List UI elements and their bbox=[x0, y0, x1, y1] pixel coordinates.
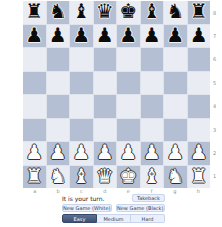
square-e5[interactable] bbox=[117, 72, 140, 95]
square-b1[interactable]: ♞ bbox=[47, 166, 70, 189]
black-k-piece: ♚ bbox=[119, 1, 137, 21]
square-e3[interactable] bbox=[117, 119, 140, 142]
takeback-button[interactable]: Takeback bbox=[132, 194, 165, 202]
white-q-piece: ♛ bbox=[96, 166, 114, 186]
rank-label-5: 5 bbox=[213, 71, 221, 94]
rank-label-8: 8 bbox=[213, 1, 221, 24]
square-a4[interactable] bbox=[23, 95, 46, 118]
chess-app: ♜♞♝♛♚♝♞♜♟♟♟♟♟♟♟♟♟♟♟♟♟♟♟♟♜♞♝♛♚♝♞♜ 8765432… bbox=[0, 0, 222, 227]
white-p-piece: ♟ bbox=[49, 142, 67, 162]
black-n-piece: ♞ bbox=[49, 1, 67, 21]
difficulty-hard-button[interactable]: Hard bbox=[131, 214, 165, 223]
square-d5[interactable] bbox=[94, 72, 117, 95]
white-p-piece: ♟ bbox=[25, 142, 43, 162]
rank-label-3: 3 bbox=[213, 118, 221, 141]
square-c1[interactable]: ♝ bbox=[70, 166, 93, 189]
square-h3[interactable] bbox=[188, 119, 211, 142]
square-a3[interactable] bbox=[23, 119, 46, 142]
white-p-piece: ♟ bbox=[96, 142, 114, 162]
white-k-piece: ♚ bbox=[119, 166, 137, 186]
square-c6[interactable] bbox=[70, 48, 93, 71]
square-c3[interactable] bbox=[70, 119, 93, 142]
square-d8[interactable]: ♛ bbox=[94, 1, 117, 24]
square-f2[interactable]: ♟ bbox=[141, 142, 164, 165]
square-a6[interactable] bbox=[23, 48, 46, 71]
square-d7[interactable]: ♟ bbox=[94, 25, 117, 48]
black-b-piece: ♝ bbox=[72, 1, 90, 21]
square-f4[interactable] bbox=[141, 95, 164, 118]
square-b5[interactable] bbox=[47, 72, 70, 95]
square-g4[interactable] bbox=[164, 95, 187, 118]
rank-label-2: 2 bbox=[213, 141, 221, 164]
file-label-a: a bbox=[23, 188, 46, 195]
square-d3[interactable] bbox=[94, 119, 117, 142]
square-g3[interactable] bbox=[164, 119, 187, 142]
square-g1[interactable]: ♞ bbox=[164, 166, 187, 189]
square-g6[interactable] bbox=[164, 48, 187, 71]
square-a1[interactable]: ♜ bbox=[23, 166, 46, 189]
white-r-piece: ♜ bbox=[190, 166, 208, 186]
turn-status-text: It is your turn. bbox=[62, 195, 104, 202]
rank-label-7: 7 bbox=[213, 24, 221, 47]
square-f8[interactable]: ♝ bbox=[141, 1, 164, 24]
file-label-g: g bbox=[163, 188, 186, 195]
black-p-piece: ♟ bbox=[143, 25, 161, 45]
game-controls: It is your turn. Takeback New Game (Whit… bbox=[62, 194, 165, 223]
square-e8[interactable]: ♚ bbox=[117, 1, 140, 24]
square-d2[interactable]: ♟ bbox=[94, 142, 117, 165]
rank-labels: 87654321 bbox=[213, 1, 221, 188]
black-p-piece: ♟ bbox=[49, 25, 67, 45]
black-p-piece: ♟ bbox=[96, 25, 114, 45]
square-c5[interactable] bbox=[70, 72, 93, 95]
difficulty-medium-button[interactable]: Medium bbox=[97, 214, 131, 223]
rank-label-4: 4 bbox=[213, 95, 221, 118]
chess-board: ♜♞♝♛♚♝♞♜♟♟♟♟♟♟♟♟♟♟♟♟♟♟♟♟♜♞♝♛♚♝♞♜ bbox=[23, 1, 210, 188]
square-g2[interactable]: ♟ bbox=[164, 142, 187, 165]
square-c8[interactable]: ♝ bbox=[70, 1, 93, 24]
square-h7[interactable]: ♟ bbox=[188, 25, 211, 48]
white-p-piece: ♟ bbox=[72, 142, 90, 162]
square-b2[interactable]: ♟ bbox=[47, 142, 70, 165]
black-n-piece: ♞ bbox=[166, 1, 184, 21]
square-d1[interactable]: ♛ bbox=[94, 166, 117, 189]
square-b8[interactable]: ♞ bbox=[47, 1, 70, 24]
white-p-piece: ♟ bbox=[166, 142, 184, 162]
black-q-piece: ♛ bbox=[96, 1, 114, 21]
square-h8[interactable]: ♜ bbox=[188, 1, 211, 24]
white-r-piece: ♜ bbox=[25, 166, 43, 186]
square-f5[interactable] bbox=[141, 72, 164, 95]
white-p-piece: ♟ bbox=[190, 142, 208, 162]
white-b-piece: ♝ bbox=[72, 166, 90, 186]
square-b3[interactable] bbox=[47, 119, 70, 142]
square-g7[interactable]: ♟ bbox=[164, 25, 187, 48]
square-c4[interactable] bbox=[70, 95, 93, 118]
square-b4[interactable] bbox=[47, 95, 70, 118]
square-e7[interactable]: ♟ bbox=[117, 25, 140, 48]
square-f6[interactable] bbox=[141, 48, 164, 71]
square-e2[interactable]: ♟ bbox=[117, 142, 140, 165]
square-b6[interactable] bbox=[47, 48, 70, 71]
square-h1[interactable]: ♜ bbox=[188, 166, 211, 189]
square-g8[interactable]: ♞ bbox=[164, 1, 187, 24]
square-f7[interactable]: ♟ bbox=[141, 25, 164, 48]
rank-label-6: 6 bbox=[213, 48, 221, 71]
square-h4[interactable] bbox=[188, 95, 211, 118]
rank-label-1: 1 bbox=[213, 165, 221, 188]
new-game-white-button[interactable]: New Game (White) bbox=[62, 204, 112, 212]
black-p-piece: ♟ bbox=[166, 25, 184, 45]
square-e6[interactable] bbox=[117, 48, 140, 71]
square-e1[interactable]: ♚ bbox=[117, 166, 140, 189]
black-r-piece: ♜ bbox=[190, 1, 208, 21]
white-p-piece: ♟ bbox=[143, 142, 161, 162]
square-c7[interactable]: ♟ bbox=[70, 25, 93, 48]
square-c2[interactable]: ♟ bbox=[70, 142, 93, 165]
new-game-black-button[interactable]: New Game (Black) bbox=[116, 204, 166, 212]
square-h5[interactable] bbox=[188, 72, 211, 95]
white-n-piece: ♞ bbox=[49, 166, 67, 186]
black-r-piece: ♜ bbox=[25, 1, 43, 21]
square-b7[interactable]: ♟ bbox=[47, 25, 70, 48]
square-h6[interactable] bbox=[188, 48, 211, 71]
white-n-piece: ♞ bbox=[166, 166, 184, 186]
square-a7[interactable]: ♟ bbox=[23, 25, 46, 48]
black-b-piece: ♝ bbox=[143, 1, 161, 21]
difficulty-easy-button[interactable]: Easy bbox=[62, 214, 97, 223]
black-p-piece: ♟ bbox=[72, 25, 90, 45]
square-h2[interactable]: ♟ bbox=[188, 142, 211, 165]
square-f1[interactable]: ♝ bbox=[141, 166, 164, 189]
square-a2[interactable]: ♟ bbox=[23, 142, 46, 165]
difficulty-selector: Easy Medium Hard bbox=[62, 214, 165, 223]
black-p-piece: ♟ bbox=[119, 25, 137, 45]
square-d6[interactable] bbox=[94, 48, 117, 71]
square-a8[interactable]: ♜ bbox=[23, 1, 46, 24]
square-f3[interactable] bbox=[141, 119, 164, 142]
black-p-piece: ♟ bbox=[25, 25, 43, 45]
white-b-piece: ♝ bbox=[143, 166, 161, 186]
square-a5[interactable] bbox=[23, 72, 46, 95]
file-label-h: h bbox=[187, 188, 210, 195]
square-e4[interactable] bbox=[117, 95, 140, 118]
white-p-piece: ♟ bbox=[119, 142, 137, 162]
black-p-piece: ♟ bbox=[190, 25, 208, 45]
square-g5[interactable] bbox=[164, 72, 187, 95]
square-d4[interactable] bbox=[94, 95, 117, 118]
